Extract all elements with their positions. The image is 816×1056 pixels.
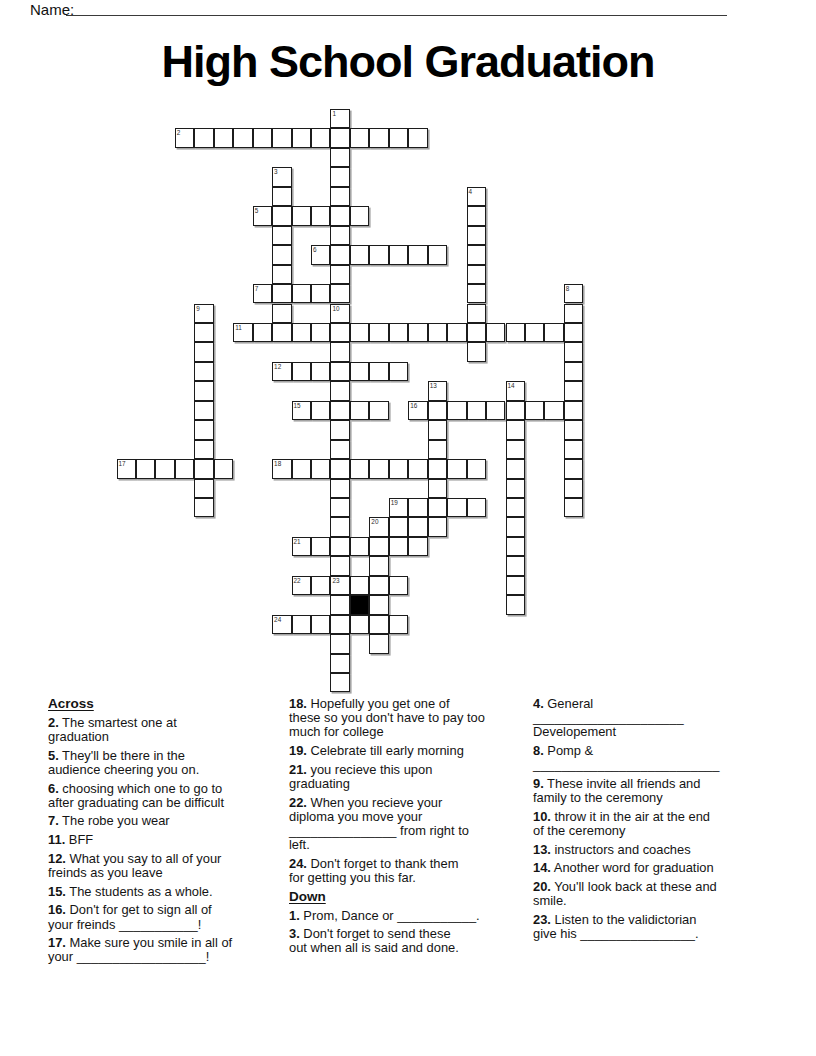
grid-cell[interactable] bbox=[311, 459, 330, 478]
grid-cell[interactable] bbox=[447, 498, 466, 517]
clue-item: 24. Don't forget to thank them for getti… bbox=[289, 857, 537, 885]
clue-item: 1. Prom, Dance or ___________. bbox=[289, 909, 537, 923]
grid-cell[interactable] bbox=[330, 498, 349, 517]
grid-cell[interactable] bbox=[330, 226, 349, 245]
cell-number: 2 bbox=[177, 129, 181, 136]
grid-cell[interactable] bbox=[408, 498, 427, 517]
grid-cell[interactable] bbox=[350, 459, 369, 478]
grid-cell[interactable] bbox=[330, 673, 349, 692]
clue-text: Celebrate till early morning bbox=[307, 743, 464, 758]
clue-number: 3. bbox=[289, 926, 300, 941]
grid-cell[interactable]: 5 bbox=[253, 206, 272, 225]
clue-number: 21. bbox=[289, 762, 307, 777]
grid-cell[interactable] bbox=[350, 245, 369, 264]
clue-text: When you recieve your diploma you move y… bbox=[289, 795, 469, 853]
grid-cell[interactable] bbox=[389, 537, 408, 556]
clue-item: 4. General _____________________ Develop… bbox=[533, 697, 785, 740]
clue-text: These invite all friends and family to t… bbox=[533, 776, 700, 805]
clue-item: 8. Pomp & __________________________ bbox=[533, 744, 785, 772]
grid-cell[interactable] bbox=[486, 401, 505, 420]
grid-cell[interactable]: 8 bbox=[564, 284, 583, 303]
grid-cell[interactable] bbox=[330, 148, 349, 167]
clue-number: 5. bbox=[48, 748, 59, 763]
grid-cell[interactable] bbox=[369, 556, 388, 575]
grid-cell[interactable] bbox=[564, 498, 583, 517]
grid-cell[interactable] bbox=[350, 615, 369, 634]
grid-cell[interactable] bbox=[428, 401, 447, 420]
clue-item: 11. BFF bbox=[48, 833, 288, 847]
grid-cell[interactable] bbox=[564, 401, 583, 420]
grid-cell[interactable]: 7 bbox=[253, 284, 272, 303]
grid-cell[interactable] bbox=[292, 323, 311, 342]
grid-cell[interactable] bbox=[506, 498, 525, 517]
cell-number: 17 bbox=[119, 460, 126, 467]
grid-cell[interactable]: 4 bbox=[467, 187, 486, 206]
grid-cell[interactable]: 3 bbox=[272, 167, 291, 186]
grid-cell[interactable] bbox=[428, 479, 447, 498]
grid-cell[interactable] bbox=[408, 323, 427, 342]
clue-item: 10. throw it in the air at the end of th… bbox=[533, 810, 785, 838]
grid-cell[interactable] bbox=[311, 401, 330, 420]
grid-cell[interactable] bbox=[194, 323, 213, 342]
cell-number: 11 bbox=[235, 324, 242, 331]
clue-text: What you say to all of your freinds as y… bbox=[48, 851, 221, 880]
grid-cell[interactable] bbox=[408, 537, 427, 556]
grid-cell[interactable] bbox=[311, 615, 330, 634]
grid-cell[interactable] bbox=[194, 459, 213, 478]
grid-cell[interactable] bbox=[311, 576, 330, 595]
grid-cell[interactable] bbox=[194, 342, 213, 361]
grid-cell[interactable] bbox=[564, 362, 583, 381]
clue-number: 9. bbox=[533, 776, 544, 791]
grid-cell[interactable] bbox=[428, 323, 447, 342]
clue-number: 20. bbox=[533, 879, 551, 894]
grid-cell[interactable] bbox=[564, 381, 583, 400]
clue-item: 5. They'll be there in the audience chee… bbox=[48, 749, 288, 777]
name-fill-line bbox=[66, 15, 727, 16]
grid-cell[interactable] bbox=[408, 245, 427, 264]
clue-item: 9. These invite all friends and family t… bbox=[533, 777, 785, 805]
grid-cell[interactable]: 22 bbox=[292, 576, 311, 595]
grid-cell[interactable] bbox=[525, 323, 544, 342]
cell-number: 13 bbox=[430, 382, 437, 389]
grid-cell[interactable] bbox=[369, 128, 388, 147]
clue-text: You'll look back at these and smile. bbox=[533, 879, 717, 908]
grid-cell[interactable] bbox=[330, 265, 349, 284]
clue-item: 18. Hopefully you get one of these so yo… bbox=[289, 697, 537, 740]
clue-item: 19. Celebrate till early morning bbox=[289, 744, 537, 758]
grid-cell[interactable] bbox=[330, 420, 349, 439]
grid-cell[interactable] bbox=[408, 517, 427, 536]
grid-cell[interactable] bbox=[467, 245, 486, 264]
grid-cell[interactable] bbox=[330, 245, 349, 264]
grid-cell[interactable] bbox=[292, 362, 311, 381]
grid-cell[interactable] bbox=[506, 459, 525, 478]
grid-cell[interactable] bbox=[330, 206, 349, 225]
grid-cell[interactable] bbox=[428, 498, 447, 517]
grid-cell[interactable] bbox=[447, 401, 466, 420]
clue-text: The robe you wear bbox=[59, 813, 170, 828]
grid-cell[interactable] bbox=[467, 304, 486, 323]
grid-cell[interactable] bbox=[369, 323, 388, 342]
grid-cell[interactable] bbox=[330, 595, 349, 614]
cell-number: 4 bbox=[469, 188, 473, 195]
grid-cell[interactable] bbox=[194, 498, 213, 517]
clue-item: 17. Make sure you smile in all of your _… bbox=[48, 936, 288, 964]
grid-cell[interactable] bbox=[272, 323, 291, 342]
crossword-grid: 123456789101112131415161718192021222324 bbox=[117, 109, 585, 693]
black-cell bbox=[350, 595, 369, 614]
grid-cell[interactable] bbox=[272, 128, 291, 147]
grid-cell[interactable] bbox=[428, 517, 447, 536]
clue-text: Don't forget to send these out when all … bbox=[289, 926, 459, 955]
clue-number: 24. bbox=[289, 856, 307, 871]
grid-cell[interactable] bbox=[292, 206, 311, 225]
clue-text: Hopefully you get one of these so you do… bbox=[289, 696, 485, 739]
grid-cell[interactable]: 15 bbox=[292, 401, 311, 420]
grid-cell[interactable] bbox=[369, 459, 388, 478]
grid-cell[interactable] bbox=[369, 634, 388, 653]
grid-cell[interactable] bbox=[506, 517, 525, 536]
grid-cell[interactable] bbox=[194, 362, 213, 381]
page-title: High School Graduation bbox=[0, 36, 816, 88]
grid-cell[interactable] bbox=[136, 459, 155, 478]
clue-text: The students as a whole. bbox=[66, 884, 213, 899]
grid-cell[interactable] bbox=[311, 537, 330, 556]
grid-cell[interactable] bbox=[486, 323, 505, 342]
clue-number: 1. bbox=[289, 908, 300, 923]
grid-cell[interactable] bbox=[214, 128, 233, 147]
grid-cell[interactable] bbox=[350, 128, 369, 147]
cell-number: 7 bbox=[255, 285, 259, 292]
clue-number: 15. bbox=[48, 884, 66, 899]
clue-item: 14. Another word for graduation bbox=[533, 861, 785, 875]
grid-cell[interactable]: 16 bbox=[408, 401, 427, 420]
grid-cell[interactable] bbox=[564, 323, 583, 342]
clue-number: 12. bbox=[48, 851, 66, 866]
grid-cell[interactable] bbox=[389, 459, 408, 478]
grid-cell[interactable] bbox=[467, 265, 486, 284]
grid-cell[interactable] bbox=[272, 226, 291, 245]
grid-cell[interactable]: 12 bbox=[272, 362, 291, 381]
grid-cell[interactable] bbox=[408, 128, 427, 147]
grid-cell[interactable] bbox=[389, 517, 408, 536]
name-row: Name: bbox=[30, 0, 786, 22]
cell-number: 5 bbox=[255, 207, 259, 214]
clue-text: Listen to the validictorian give his ___… bbox=[533, 912, 699, 941]
grid-cell[interactable] bbox=[330, 401, 349, 420]
clue-text: BFF bbox=[65, 832, 93, 847]
clue-number: 4. bbox=[533, 696, 544, 711]
grid-cell[interactable] bbox=[330, 362, 349, 381]
grid-cell[interactable] bbox=[447, 323, 466, 342]
grid-cell[interactable] bbox=[311, 128, 330, 147]
clue-item: 7. The robe you wear bbox=[48, 814, 288, 828]
clue-number: 14. bbox=[533, 860, 551, 875]
grid-cell[interactable] bbox=[194, 440, 213, 459]
grid-cell[interactable] bbox=[330, 381, 349, 400]
grid-cell[interactable] bbox=[272, 304, 291, 323]
grid-cell[interactable] bbox=[389, 323, 408, 342]
grid-cell[interactable] bbox=[564, 420, 583, 439]
grid-cell[interactable] bbox=[330, 284, 349, 303]
grid-cell[interactable] bbox=[389, 245, 408, 264]
clue-item: 20. You'll look back at these and smile. bbox=[533, 880, 785, 908]
grid-cell[interactable] bbox=[389, 362, 408, 381]
down-header: Down bbox=[289, 890, 537, 905]
grid-cell[interactable] bbox=[564, 459, 583, 478]
grid-cell[interactable] bbox=[330, 537, 349, 556]
grid-cell[interactable] bbox=[330, 517, 349, 536]
cell-number: 8 bbox=[566, 285, 570, 292]
grid-cell[interactable]: 6 bbox=[311, 245, 330, 264]
clue-number: 8. bbox=[533, 743, 544, 758]
cell-number: 19 bbox=[391, 499, 398, 506]
grid-cell[interactable] bbox=[506, 537, 525, 556]
clue-text: instructors and coaches bbox=[551, 842, 691, 857]
clue-text: throw it in the air at the end of the ce… bbox=[533, 809, 710, 838]
grid-cell[interactable] bbox=[194, 381, 213, 400]
grid-cell[interactable] bbox=[194, 128, 213, 147]
grid-cell[interactable] bbox=[175, 459, 194, 478]
grid-cell[interactable] bbox=[389, 576, 408, 595]
grid-cell[interactable] bbox=[350, 576, 369, 595]
clue-item: 13. instructors and coaches bbox=[533, 843, 785, 857]
clue-number: 19. bbox=[289, 743, 307, 758]
grid-cell[interactable] bbox=[564, 440, 583, 459]
grid-cell[interactable] bbox=[467, 342, 486, 361]
grid-cell[interactable] bbox=[389, 128, 408, 147]
grid-cell[interactable]: 10 bbox=[330, 304, 349, 323]
grid-cell[interactable] bbox=[272, 265, 291, 284]
cell-number: 12 bbox=[274, 363, 281, 370]
cell-number: 18 bbox=[274, 460, 281, 467]
grid-cell[interactable] bbox=[292, 284, 311, 303]
grid-cell[interactable] bbox=[428, 440, 447, 459]
grid-cell[interactable] bbox=[330, 615, 349, 634]
cell-number: 20 bbox=[371, 518, 378, 525]
clue-number: 22. bbox=[289, 795, 307, 810]
grid-cell[interactable] bbox=[506, 401, 525, 420]
grid-cell[interactable] bbox=[506, 576, 525, 595]
clue-number: 7. bbox=[48, 813, 59, 828]
clue-item: 6. choosing which one to go to after gra… bbox=[48, 782, 288, 810]
grid-cell[interactable] bbox=[428, 459, 447, 478]
cell-number: 16 bbox=[410, 402, 417, 409]
grid-cell[interactable]: 2 bbox=[175, 128, 194, 147]
grid-cell[interactable] bbox=[330, 556, 349, 575]
grid-cell[interactable] bbox=[506, 556, 525, 575]
grid-cell[interactable]: 14 bbox=[506, 381, 525, 400]
clue-item: 12. What you say to all of your freinds … bbox=[48, 852, 288, 880]
grid-cell[interactable] bbox=[253, 323, 272, 342]
grid-cell[interactable]: 1 bbox=[330, 109, 349, 128]
grid-cell[interactable] bbox=[350, 362, 369, 381]
grid-cell[interactable] bbox=[330, 634, 349, 653]
grid-cell[interactable] bbox=[467, 459, 486, 478]
cell-number: 1 bbox=[332, 110, 336, 117]
worksheet-page: Name: High School Graduation 12345678910… bbox=[0, 0, 816, 1056]
grid-cell[interactable] bbox=[467, 284, 486, 303]
grid-cell[interactable]: 21 bbox=[292, 537, 311, 556]
grid-cell[interactable]: 11 bbox=[233, 323, 252, 342]
grid-cell[interactable] bbox=[369, 615, 388, 634]
grid-cell[interactable] bbox=[428, 420, 447, 439]
grid-cell[interactable] bbox=[369, 537, 388, 556]
clue-number: 18. bbox=[289, 696, 307, 711]
clue-item: 22. When you recieve your diploma you mo… bbox=[289, 796, 537, 853]
grid-cell[interactable] bbox=[369, 245, 388, 264]
grid-cell[interactable] bbox=[467, 226, 486, 245]
grid-cell[interactable]: 20 bbox=[369, 517, 388, 536]
grid-cell[interactable] bbox=[330, 440, 349, 459]
grid-cell[interactable] bbox=[311, 206, 330, 225]
clue-number: 2. bbox=[48, 715, 59, 730]
cell-number: 6 bbox=[313, 246, 317, 253]
grid-cell[interactable] bbox=[272, 187, 291, 206]
clue-item: 21. you recieve this upon graduating bbox=[289, 763, 537, 791]
clue-text: Don't forget to thank them for getting y… bbox=[289, 856, 458, 885]
clue-column-2: 18. Hopefully you get one of these so yo… bbox=[289, 697, 537, 960]
clue-item: 23. Listen to the validictorian give his… bbox=[533, 913, 785, 941]
cell-number: 9 bbox=[196, 305, 200, 312]
clue-column-3: 4. General _____________________ Develop… bbox=[533, 697, 785, 946]
grid-cell[interactable]: 9 bbox=[194, 304, 213, 323]
grid-cell[interactable] bbox=[330, 323, 349, 342]
clue-text: They'll be there in the audience cheerin… bbox=[48, 748, 199, 777]
cell-number: 23 bbox=[332, 577, 339, 584]
clue-number: 16. bbox=[48, 902, 66, 917]
clue-item: 16. Don't for get to sign all of your fr… bbox=[48, 903, 288, 931]
clue-text: Another word for graduation bbox=[551, 860, 714, 875]
grid-cell[interactable] bbox=[506, 420, 525, 439]
grid-cell[interactable] bbox=[330, 342, 349, 361]
grid-cell[interactable]: 24 bbox=[272, 615, 291, 634]
grid-cell[interactable]: 23 bbox=[330, 576, 349, 595]
grid-cell[interactable] bbox=[330, 187, 349, 206]
grid-cell[interactable] bbox=[311, 323, 330, 342]
grid-cell[interactable] bbox=[467, 401, 486, 420]
grid-cell[interactable] bbox=[330, 654, 349, 673]
grid-cell[interactable] bbox=[233, 128, 252, 147]
cell-number: 21 bbox=[294, 538, 301, 545]
grid-cell[interactable] bbox=[292, 128, 311, 147]
grid-cell[interactable] bbox=[506, 323, 525, 342]
grid-cell[interactable] bbox=[428, 245, 447, 264]
grid-cell[interactable] bbox=[467, 323, 486, 342]
grid-cell[interactable] bbox=[350, 401, 369, 420]
clue-text: Prom, Dance or ___________. bbox=[300, 908, 480, 923]
grid-cell[interactable] bbox=[369, 362, 388, 381]
grid-cell[interactable] bbox=[194, 401, 213, 420]
grid-cell[interactable] bbox=[272, 245, 291, 264]
grid-cell[interactable] bbox=[330, 479, 349, 498]
grid-cell[interactable] bbox=[544, 401, 563, 420]
grid-cell[interactable] bbox=[214, 459, 233, 478]
grid-cell[interactable] bbox=[194, 479, 213, 498]
grid-cell[interactable] bbox=[408, 459, 427, 478]
grid-cell[interactable] bbox=[389, 615, 408, 634]
clue-text: Don't for get to sign all of your freind… bbox=[48, 902, 212, 931]
grid-cell[interactable] bbox=[330, 167, 349, 186]
cell-number: 10 bbox=[332, 305, 339, 312]
grid-cell[interactable] bbox=[350, 206, 369, 225]
grid-cell[interactable] bbox=[467, 206, 486, 225]
grid-cell[interactable] bbox=[330, 459, 349, 478]
cell-number: 24 bbox=[274, 616, 281, 623]
grid-cell[interactable]: 18 bbox=[272, 459, 291, 478]
clue-text: choosing which one to go to after gradua… bbox=[48, 781, 224, 810]
cell-number: 22 bbox=[294, 577, 301, 584]
grid-cell[interactable] bbox=[369, 576, 388, 595]
clue-item: 3. Don't forget to send these out when a… bbox=[289, 927, 537, 955]
cell-number: 15 bbox=[294, 402, 301, 409]
clue-number: 11. bbox=[48, 832, 65, 847]
clue-number: 13. bbox=[533, 842, 551, 857]
grid-cell[interactable] bbox=[564, 304, 583, 323]
clue-number: 17. bbox=[48, 935, 66, 950]
grid-cell[interactable] bbox=[467, 498, 486, 517]
grid-cell[interactable] bbox=[525, 401, 544, 420]
grid-cell[interactable] bbox=[272, 284, 291, 303]
clue-text: The smartest one at graduation bbox=[48, 715, 177, 744]
cell-number: 3 bbox=[274, 168, 278, 175]
grid-cell[interactable] bbox=[350, 537, 369, 556]
grid-cell[interactable] bbox=[350, 323, 369, 342]
clue-number: 6. bbox=[48, 781, 59, 796]
clue-item: 2. The smartest one at graduation bbox=[48, 716, 288, 744]
clue-text: Make sure you smile in all of your _____… bbox=[48, 935, 232, 964]
grid-cell[interactable] bbox=[369, 401, 388, 420]
grid-cell[interactable] bbox=[544, 323, 563, 342]
grid-cell[interactable]: 17 bbox=[117, 459, 136, 478]
across-header: Across bbox=[48, 697, 288, 712]
grid-cell[interactable] bbox=[311, 362, 330, 381]
grid-cell[interactable]: 13 bbox=[428, 381, 447, 400]
clue-number: 10. bbox=[533, 809, 551, 824]
grid-cell[interactable] bbox=[292, 615, 311, 634]
cell-number: 14 bbox=[508, 382, 515, 389]
clue-item: 15. The students as a whole. bbox=[48, 885, 288, 899]
grid-cell[interactable] bbox=[447, 459, 466, 478]
grid-cell[interactable] bbox=[253, 128, 272, 147]
clue-number: 23. bbox=[533, 912, 551, 927]
grid-cell[interactable] bbox=[369, 595, 388, 614]
grid-cell[interactable] bbox=[292, 459, 311, 478]
grid-cell[interactable]: 19 bbox=[389, 498, 408, 517]
grid-cell[interactable] bbox=[506, 440, 525, 459]
grid-cell[interactable] bbox=[564, 342, 583, 361]
grid-cell[interactable] bbox=[564, 479, 583, 498]
grid-cell[interactable] bbox=[330, 128, 349, 147]
clue-text: General _____________________ Developeme… bbox=[533, 696, 684, 739]
clue-text: you recieve this upon graduating bbox=[289, 762, 432, 791]
clue-column-1: Across2. The smartest one at graduation5… bbox=[48, 697, 288, 969]
clue-text: Pomp & __________________________ bbox=[533, 743, 719, 772]
grid-cell[interactable] bbox=[272, 206, 291, 225]
grid-cell[interactable] bbox=[506, 479, 525, 498]
grid-cell[interactable] bbox=[194, 420, 213, 439]
grid-cell[interactable] bbox=[311, 284, 330, 303]
grid-cell[interactable] bbox=[506, 595, 525, 614]
grid-cell[interactable] bbox=[155, 459, 174, 478]
